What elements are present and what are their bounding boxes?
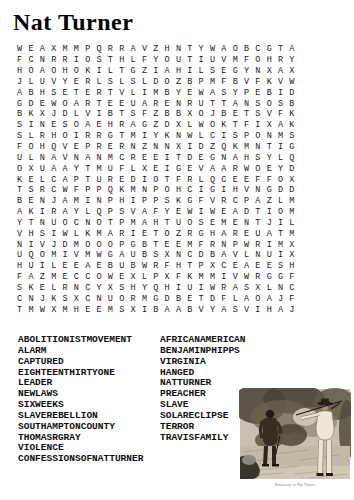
- grid-cell: I: [71, 55, 82, 66]
- grid-cell: A: [59, 196, 70, 207]
- grid-cell: N: [37, 152, 48, 163]
- grid-cell: S: [150, 250, 161, 261]
- grid-cell: E: [116, 272, 127, 283]
- grid-cell: K: [161, 131, 172, 142]
- grid-cell: T: [207, 98, 218, 109]
- grid-cell: E: [230, 218, 241, 229]
- grid-cell: E: [25, 44, 36, 55]
- grid-cell: F: [196, 239, 207, 250]
- grid-cell: Q: [25, 250, 36, 261]
- grid-cell: V: [230, 272, 241, 283]
- grid-cell: S: [59, 120, 70, 131]
- grid-cell: X: [127, 304, 138, 315]
- grid-cell: C: [116, 152, 127, 163]
- grid-cell: M: [184, 239, 195, 250]
- grid-cell: T: [14, 185, 25, 196]
- grid-cell: I: [48, 228, 59, 239]
- grid-cell: Z: [150, 44, 161, 55]
- grid-cell: S: [14, 131, 25, 142]
- grid-cell: V: [59, 142, 70, 153]
- grid-cell: D: [25, 98, 36, 109]
- grid-cell: C: [25, 55, 36, 66]
- grid-cell: O: [59, 98, 70, 109]
- grid-cell: V: [48, 77, 59, 88]
- grid-cell: Z: [207, 142, 218, 153]
- grid-cell: J: [37, 293, 48, 304]
- grid-cell: H: [241, 152, 252, 163]
- grid-cell: A: [161, 304, 172, 315]
- grid-cell: W: [184, 131, 195, 142]
- grid-cell: H: [207, 228, 218, 239]
- grid-cell: X: [264, 120, 275, 131]
- grid-cell: Y: [150, 55, 161, 66]
- grid-cell: O: [150, 174, 161, 185]
- grid-cell: S: [196, 218, 207, 229]
- grid-cell: L: [25, 152, 36, 163]
- grid-cell: F: [139, 109, 150, 120]
- grid-cell: I: [196, 55, 207, 66]
- grid-cell: N: [218, 239, 229, 250]
- grid-cell: K: [230, 142, 241, 153]
- grid-cell: E: [252, 261, 263, 272]
- grid-cell: A: [37, 66, 48, 77]
- grid-cell: V: [230, 250, 241, 261]
- grid-cell: S: [116, 283, 127, 294]
- grid-cell: G: [207, 185, 218, 196]
- grid-cell: L: [286, 218, 297, 229]
- grid-cell: W: [139, 261, 150, 272]
- grid-cell: U: [14, 152, 25, 163]
- grid-cell: T: [93, 98, 104, 109]
- grid-cell: D: [207, 293, 218, 304]
- grid-cell: K: [264, 77, 275, 88]
- grid-cell: T: [116, 66, 127, 77]
- grid-cell: M: [127, 218, 138, 229]
- grid-cell: W: [207, 283, 218, 294]
- grid-cell: A: [127, 120, 138, 131]
- grid-cell: M: [286, 196, 297, 207]
- grid-cell: F: [286, 293, 297, 304]
- grid-cell: E: [207, 218, 218, 229]
- grid-cell: A: [275, 304, 286, 315]
- worksheet-page: Nat Turner WEAXMMPQRRAVZHNTYWAOBCGTAFCNR…: [0, 0, 354, 500]
- grid-cell: M: [207, 77, 218, 88]
- grid-cell: M: [196, 272, 207, 283]
- grid-cell: Y: [71, 207, 82, 218]
- grid-cell: P: [241, 196, 252, 207]
- grid-cell: P: [93, 185, 104, 196]
- grid-cell: O: [161, 55, 172, 66]
- word-list-item: SOUTHAMPTONCOUNTY: [18, 422, 143, 433]
- grid-cell: S: [93, 55, 104, 66]
- grid-cell: S: [275, 261, 286, 272]
- grid-cell: G: [184, 196, 195, 207]
- grid-cell: Q: [48, 142, 59, 153]
- grid-cell: Y: [173, 87, 184, 98]
- grid-cell: A: [14, 87, 25, 98]
- grid-cell: U: [25, 261, 36, 272]
- grid-cell: T: [252, 218, 263, 229]
- grid-cell: E: [218, 207, 229, 218]
- grid-cell: F: [150, 207, 161, 218]
- grid-cell: E: [184, 163, 195, 174]
- grid-cell: A: [82, 261, 93, 272]
- grid-cell: A: [218, 163, 229, 174]
- grid-cell: U: [116, 261, 127, 272]
- grid-cell: F: [71, 185, 82, 196]
- grid-cell: Q: [93, 207, 104, 218]
- grid-cell: U: [105, 163, 116, 174]
- grid-cell: N: [37, 120, 48, 131]
- grid-cell: R: [82, 98, 93, 109]
- grid-cell: A: [82, 152, 93, 163]
- grid-cell: B: [127, 261, 138, 272]
- grid-cell: O: [37, 250, 48, 261]
- grid-cell: R: [184, 98, 195, 109]
- grid-cell: N: [71, 152, 82, 163]
- grid-cell: R: [59, 55, 70, 66]
- grid-cell: I: [184, 66, 195, 77]
- grid-cell: E: [230, 174, 241, 185]
- grid-cell: H: [59, 66, 70, 77]
- word-list-item: VIRGINIA: [160, 357, 246, 368]
- grid-cell: T: [275, 228, 286, 239]
- grid-cell: L: [139, 77, 150, 88]
- grid-cell: I: [59, 250, 70, 261]
- grid-cell: N: [93, 293, 104, 304]
- grid-cell: I: [161, 152, 172, 163]
- grid-cell: O: [252, 55, 263, 66]
- grid-cell: J: [14, 77, 25, 88]
- grid-cell: E: [252, 87, 263, 98]
- grid-cell: F: [14, 142, 25, 153]
- grid-cell: T: [218, 98, 229, 109]
- grid-cell: X: [173, 142, 184, 153]
- grid-cell: R: [218, 283, 229, 294]
- grid-cell: A: [218, 250, 229, 261]
- grid-cell: V: [82, 109, 93, 120]
- grid-cell: T: [264, 142, 275, 153]
- grid-cell: E: [59, 261, 70, 272]
- grid-cell: G: [139, 120, 150, 131]
- grid-cell: G: [230, 66, 241, 77]
- grid-cell: Q: [150, 283, 161, 294]
- grid-cell: P: [241, 131, 252, 142]
- grid-cell: L: [196, 131, 207, 142]
- grid-cell: M: [48, 250, 59, 261]
- grid-cell: C: [286, 283, 297, 294]
- grid-cell: B: [105, 261, 116, 272]
- grid-cell: S: [116, 304, 127, 315]
- grid-cell: X: [105, 283, 116, 294]
- grid-cell: X: [252, 283, 263, 294]
- grid-cell: U: [196, 98, 207, 109]
- grid-cell: E: [264, 261, 275, 272]
- grid-cell: U: [37, 77, 48, 88]
- grid-cell: S: [37, 228, 48, 239]
- grid-cell: L: [275, 152, 286, 163]
- grid-cell: E: [71, 77, 82, 88]
- grid-cell: H: [14, 261, 25, 272]
- grid-cell: D: [161, 120, 172, 131]
- grid-cell: A: [241, 293, 252, 304]
- grid-cell: P: [105, 196, 116, 207]
- grid-cell: H: [48, 131, 59, 142]
- grid-cell: E: [139, 228, 150, 239]
- grid-cell: E: [116, 98, 127, 109]
- grid-cell: N: [93, 196, 104, 207]
- grid-cell: K: [25, 109, 36, 120]
- grid-cell: N: [161, 142, 172, 153]
- grid-cell: R: [275, 55, 286, 66]
- grid-cell: N: [150, 142, 161, 153]
- grid-cell: H: [264, 55, 275, 66]
- grid-cell: H: [173, 185, 184, 196]
- grid-cell: O: [196, 109, 207, 120]
- grid-cell: I: [264, 207, 275, 218]
- grid-cell: Y: [241, 66, 252, 77]
- grid-cell: N: [173, 44, 184, 55]
- grid-cell: T: [161, 174, 172, 185]
- grid-cell: A: [139, 218, 150, 229]
- grid-cell: I: [150, 66, 161, 77]
- grid-cell: R: [105, 44, 116, 55]
- grid-cell: Q: [105, 185, 116, 196]
- grid-cell: I: [71, 131, 82, 142]
- grid-cell: V: [207, 196, 218, 207]
- grid-cell: A: [116, 250, 127, 261]
- grid-cell: V: [59, 152, 70, 163]
- grid-cell: A: [173, 304, 184, 315]
- grid-cell: E: [241, 174, 252, 185]
- grid-cell: I: [196, 185, 207, 196]
- grid-cell: W: [241, 272, 252, 283]
- grid-cell: D: [161, 293, 172, 304]
- grid-cell: C: [184, 250, 195, 261]
- grid-cell: V: [196, 163, 207, 174]
- grid-cell: Q: [93, 44, 104, 55]
- grid-cell: E: [184, 293, 195, 304]
- grid-cell: A: [59, 163, 70, 174]
- grid-cell: R: [37, 131, 48, 142]
- grid-cell: P: [196, 77, 207, 88]
- grid-cell: A: [230, 152, 241, 163]
- grid-cell: G: [173, 163, 184, 174]
- grid-cell: F: [196, 196, 207, 207]
- grid-cell: Q: [207, 174, 218, 185]
- grid-cell: V: [218, 55, 229, 66]
- grid-cell: N: [14, 239, 25, 250]
- grid-cell: T: [105, 55, 116, 66]
- grid-cell: G: [105, 250, 116, 261]
- grid-cell: A: [139, 98, 150, 109]
- grid-cell: R: [93, 142, 104, 153]
- grid-cell: Y: [230, 87, 241, 98]
- grid-cell: E: [173, 239, 184, 250]
- grid-cell: T: [196, 293, 207, 304]
- grid-cell: E: [161, 98, 172, 109]
- grid-cell: O: [59, 131, 70, 142]
- grid-cell: M: [127, 185, 138, 196]
- grid-cell: D: [286, 185, 297, 196]
- grid-cell: B: [161, 109, 172, 120]
- grid-cell: E: [71, 142, 82, 153]
- grid-cell: C: [207, 131, 218, 142]
- grid-cell: L: [275, 196, 286, 207]
- grid-cell: A: [275, 120, 286, 131]
- grid-cell: G: [105, 131, 116, 142]
- word-list-left: ABOLITIONISTMOVEMENTALARMCAPTUREDEIGHTEE…: [18, 335, 143, 465]
- grid-cell: O: [252, 131, 263, 142]
- grid-cell: M: [275, 239, 286, 250]
- grid-cell: J: [48, 109, 59, 120]
- grid-cell: H: [37, 87, 48, 98]
- grid-cell: F: [139, 55, 150, 66]
- grid-cell: R: [150, 261, 161, 272]
- grid-cell: S: [105, 77, 116, 88]
- grid-cell: I: [161, 163, 172, 174]
- grid-cell: F: [173, 174, 184, 185]
- grid-cell: E: [93, 120, 104, 131]
- grid-cell: N: [173, 131, 184, 142]
- grid-cell: F: [161, 261, 172, 272]
- grid-cell: U: [93, 174, 104, 185]
- grid-cell: D: [127, 174, 138, 185]
- grid-cell: S: [275, 98, 286, 109]
- grid-cell: F: [275, 109, 286, 120]
- grid-cell: E: [150, 163, 161, 174]
- grid-cell: L: [48, 261, 59, 272]
- grid-cell: W: [241, 163, 252, 174]
- grid-cell: C: [48, 174, 59, 185]
- grid-cell: N: [25, 293, 36, 304]
- grid-cell: O: [161, 77, 172, 88]
- grid-cell: O: [116, 293, 127, 304]
- grid-cell: S: [230, 131, 241, 142]
- grid-cell: H: [230, 185, 241, 196]
- grid-cell: X: [139, 163, 150, 174]
- grid-cell: M: [93, 228, 104, 239]
- grid-cell: A: [241, 261, 252, 272]
- grid-cell: U: [127, 98, 138, 109]
- word-search-grid: WEAXMMPQRRAVZHNTYWAOBCGTAFCNRRIOSTHLFYOU…: [14, 44, 298, 315]
- grid-cell: X: [286, 66, 297, 77]
- grid-cell: E: [230, 261, 241, 272]
- word-list-right: AFRICANAMERICANBENJAMINPHIPPSVIRGINIAHAN…: [160, 335, 246, 443]
- grid-cell: V: [116, 87, 127, 98]
- grid-cell: V: [139, 44, 150, 55]
- grid-cell: D: [241, 207, 252, 218]
- grid-cell: W: [286, 77, 297, 88]
- grid-cell: A: [59, 207, 70, 218]
- grid-cell: L: [71, 109, 82, 120]
- grid-cell: M: [71, 44, 82, 55]
- grid-cell: N: [252, 142, 263, 153]
- grid-cell: R: [93, 87, 104, 98]
- grid-cell: Z: [150, 109, 161, 120]
- grid-cell: R: [184, 174, 195, 185]
- grid-cell: A: [48, 152, 59, 163]
- grid-cell: D: [196, 142, 207, 153]
- grid-cell: O: [161, 228, 172, 239]
- grid-cell: S: [14, 120, 25, 131]
- grid-cell: R: [105, 174, 116, 185]
- grid-cell: R: [184, 228, 195, 239]
- grid-cell: I: [25, 120, 36, 131]
- grid-cell: I: [127, 228, 138, 239]
- grid-cell: E: [105, 142, 116, 153]
- grid-cell: W: [59, 185, 70, 196]
- grid-cell: N: [139, 185, 150, 196]
- grid-cell: X: [286, 174, 297, 185]
- grid-cell: O: [93, 218, 104, 229]
- grid-cell: X: [48, 304, 59, 315]
- word-list-item: CONFESSIONSOFNATTURNER: [18, 454, 143, 465]
- grid-cell: G: [127, 66, 138, 77]
- grid-cell: L: [116, 77, 127, 88]
- grid-cell: Y: [150, 131, 161, 142]
- grid-cell: B: [161, 87, 172, 98]
- grid-cell: G: [127, 239, 138, 250]
- grid-cell: T: [14, 304, 25, 315]
- grid-cell: A: [71, 98, 82, 109]
- grid-cell: B: [150, 304, 161, 315]
- grid-cell: H: [116, 55, 127, 66]
- grid-cell: E: [196, 152, 207, 163]
- grid-cell: A: [127, 44, 138, 55]
- grid-cell: P: [150, 185, 161, 196]
- grid-cell: R: [127, 293, 138, 304]
- grid-cell: R: [207, 239, 218, 250]
- grid-cell: N: [252, 250, 263, 261]
- grid-cell: X: [161, 272, 172, 283]
- grid-cell: M: [275, 131, 286, 142]
- grid-cell: E: [218, 66, 229, 77]
- grid-cell: R: [59, 283, 70, 294]
- grid-cell: I: [93, 109, 104, 120]
- grid-cell: T: [150, 239, 161, 250]
- grid-cell: A: [25, 272, 36, 283]
- grid-cell: P: [230, 239, 241, 250]
- grid-cell: A: [82, 120, 93, 131]
- grid-cell: F: [252, 174, 263, 185]
- grid-cell: O: [252, 293, 263, 304]
- grid-cell: V: [14, 228, 25, 239]
- grid-cell: B: [105, 109, 116, 120]
- grid-cell: O: [161, 185, 172, 196]
- grid-cell: N: [37, 55, 48, 66]
- grid-cell: P: [105, 207, 116, 218]
- grid-cell: M: [150, 87, 161, 98]
- grid-cell: T: [25, 218, 36, 229]
- grid-cell: V: [241, 304, 252, 315]
- grid-cell: K: [286, 109, 297, 120]
- grid-cell: L: [93, 77, 104, 88]
- grid-cell: T: [82, 163, 93, 174]
- grid-cell: T: [241, 109, 252, 120]
- grid-cell: U: [37, 163, 48, 174]
- grid-cell: W: [241, 239, 252, 250]
- grid-cell: S: [252, 152, 263, 163]
- grid-cell: D: [184, 152, 195, 163]
- grid-cell: P: [82, 44, 93, 55]
- grid-cell: R: [230, 228, 241, 239]
- grid-cell: I: [184, 142, 195, 153]
- grid-cell: G: [14, 98, 25, 109]
- grid-cell: I: [218, 131, 229, 142]
- grid-cell: K: [25, 283, 36, 294]
- grid-cell: C: [71, 272, 82, 283]
